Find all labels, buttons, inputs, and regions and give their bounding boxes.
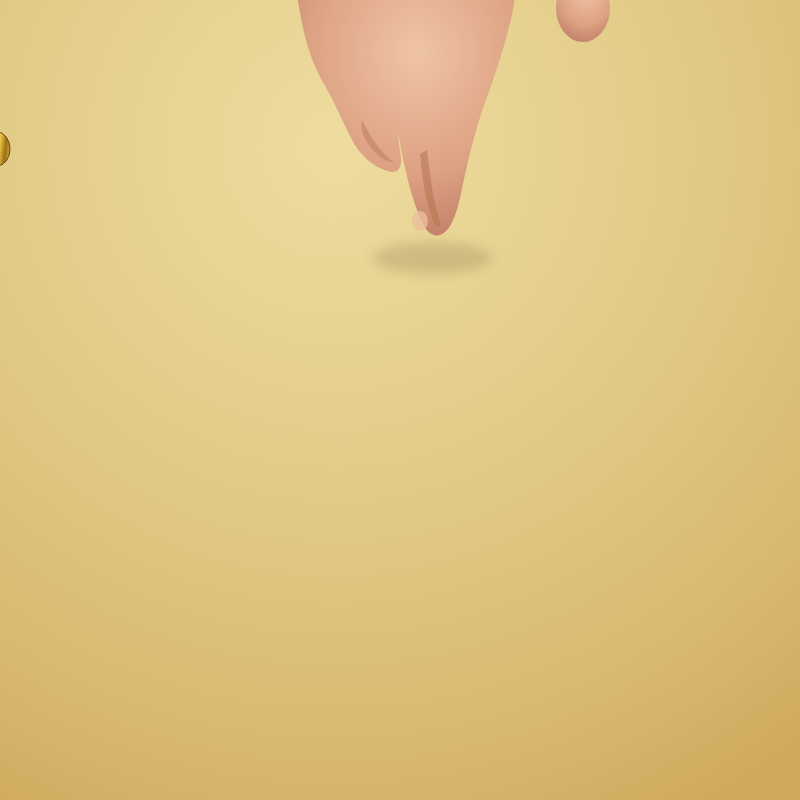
fingernail bbox=[412, 211, 428, 231]
photo-scene bbox=[0, 0, 800, 800]
hand-shadow bbox=[372, 242, 492, 274]
chess-photo bbox=[0, 0, 800, 800]
